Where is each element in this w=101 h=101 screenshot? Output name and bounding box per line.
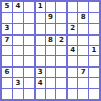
cell-r6c7[interactable] <box>67 56 77 66</box>
cell-r7c9[interactable] <box>89 67 99 77</box>
cell-r8c8[interactable] <box>78 78 88 88</box>
cell-r4c7[interactable] <box>67 35 77 45</box>
cell-r9c1[interactable] <box>2 89 12 99</box>
cell-r7c4[interactable]: 3 <box>35 67 45 77</box>
cell-r5c5[interactable] <box>46 46 56 56</box>
cell-r9c6[interactable] <box>56 89 66 99</box>
cell-r4c1[interactable]: 7 <box>2 35 12 45</box>
cell-r5c9[interactable]: 1 <box>89 46 99 56</box>
cell-r3c7[interactable]: 2 <box>67 24 77 34</box>
cell-r4c8[interactable] <box>78 35 88 45</box>
cell-r3c6[interactable] <box>56 24 66 34</box>
cell-r7c8[interactable]: 7 <box>78 67 88 77</box>
cell-r2c8[interactable]: 8 <box>78 13 88 23</box>
cell-r5c6[interactable] <box>56 46 66 56</box>
cell-r8c9[interactable] <box>89 78 99 88</box>
cell-r6c1[interactable] <box>2 56 12 66</box>
cell-r4c5[interactable]: 8 <box>46 35 56 45</box>
cell-r2c4[interactable] <box>35 13 45 23</box>
cell-r2c7[interactable] <box>67 13 77 23</box>
cell-r7c7[interactable] <box>67 67 77 77</box>
cell-r1c1[interactable]: 5 <box>2 2 12 12</box>
cell-r9c8[interactable] <box>78 89 88 99</box>
cell-r2c1[interactable] <box>2 13 12 23</box>
cell-r9c3[interactable] <box>24 89 34 99</box>
cell-r6c6[interactable] <box>56 56 66 66</box>
cell-r7c3[interactable] <box>24 67 34 77</box>
cell-r2c3[interactable] <box>24 13 34 23</box>
cell-r2c2[interactable] <box>13 13 23 23</box>
cell-r9c9[interactable] <box>89 89 99 99</box>
cell-r6c4[interactable] <box>35 56 45 66</box>
cell-r1c7[interactable] <box>67 2 77 12</box>
cell-r8c3[interactable] <box>24 78 34 88</box>
cell-r3c9[interactable] <box>89 24 99 34</box>
cell-r5c3[interactable] <box>24 46 34 56</box>
cell-r5c2[interactable] <box>13 46 23 56</box>
cell-r8c1[interactable] <box>2 78 12 88</box>
cell-r2c9[interactable] <box>89 13 99 23</box>
cell-r4c2[interactable] <box>13 35 23 45</box>
cell-r2c6[interactable] <box>56 13 66 23</box>
cell-r6c2[interactable] <box>13 56 23 66</box>
cell-r1c3[interactable] <box>24 2 34 12</box>
cell-r9c2[interactable] <box>13 89 23 99</box>
cell-r7c5[interactable] <box>46 67 56 77</box>
cell-r6c9[interactable] <box>89 56 99 66</box>
cell-r3c8[interactable] <box>78 24 88 34</box>
cell-r4c3[interactable] <box>24 35 34 45</box>
cell-r8c6[interactable] <box>56 78 66 88</box>
cell-r1c6[interactable] <box>56 2 66 12</box>
cell-r6c8[interactable] <box>78 56 88 66</box>
sudoku-board: 54198327824163734 <box>0 0 101 101</box>
cell-r1c4[interactable]: 1 <box>35 2 45 12</box>
cell-r6c3[interactable] <box>24 56 34 66</box>
cell-r8c4[interactable]: 4 <box>35 78 45 88</box>
cell-r1c5[interactable] <box>46 2 56 12</box>
cell-r3c5[interactable] <box>46 24 56 34</box>
cell-r4c9[interactable] <box>89 35 99 45</box>
cell-r7c1[interactable]: 6 <box>2 67 12 77</box>
cell-r7c2[interactable] <box>13 67 23 77</box>
cell-r3c2[interactable] <box>13 24 23 34</box>
cell-r4c6[interactable]: 2 <box>56 35 66 45</box>
cell-r3c1[interactable]: 3 <box>2 24 12 34</box>
cell-r1c2[interactable]: 4 <box>13 2 23 12</box>
cell-r5c7[interactable]: 4 <box>67 46 77 56</box>
cell-r3c4[interactable] <box>35 24 45 34</box>
cell-r8c7[interactable] <box>67 78 77 88</box>
cell-r8c2[interactable]: 3 <box>13 78 23 88</box>
cell-r9c5[interactable] <box>46 89 56 99</box>
cell-r1c9[interactable] <box>89 2 99 12</box>
cell-r4c4[interactable] <box>35 35 45 45</box>
cell-r5c4[interactable] <box>35 46 45 56</box>
cell-r6c5[interactable] <box>46 56 56 66</box>
cell-r5c8[interactable] <box>78 46 88 56</box>
cell-r7c6[interactable] <box>56 67 66 77</box>
cell-r2c5[interactable]: 9 <box>46 13 56 23</box>
cell-r9c7[interactable] <box>67 89 77 99</box>
cell-r5c1[interactable] <box>2 46 12 56</box>
cell-r8c5[interactable] <box>46 78 56 88</box>
cell-r1c8[interactable] <box>78 2 88 12</box>
cell-r9c4[interactable] <box>35 89 45 99</box>
cell-r3c3[interactable] <box>24 24 34 34</box>
